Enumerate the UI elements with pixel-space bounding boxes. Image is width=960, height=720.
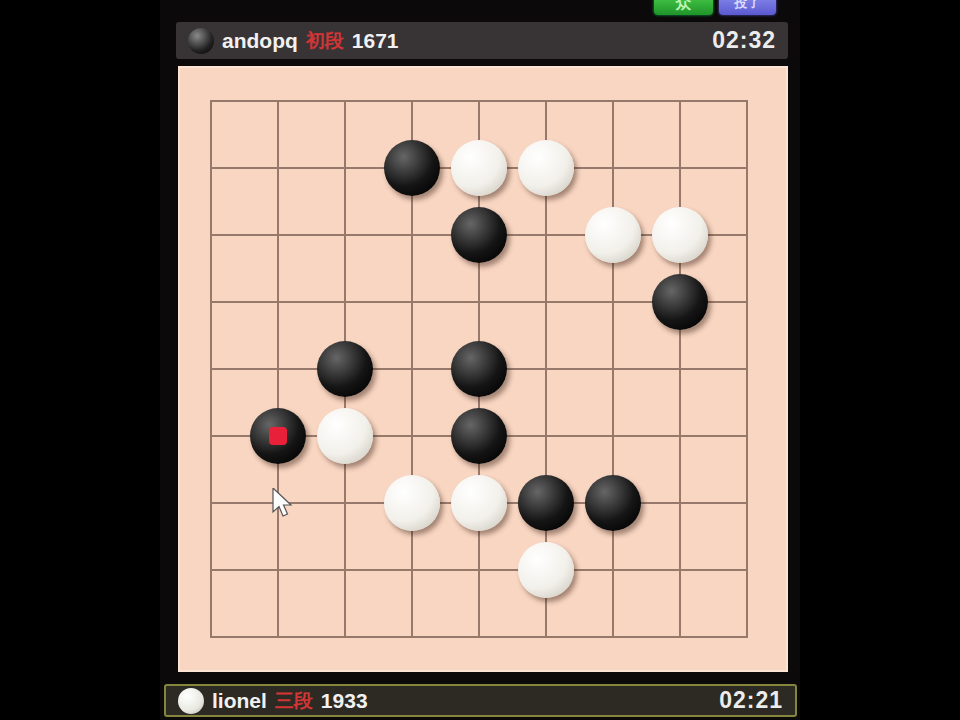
board-cell[interactable] <box>245 202 312 269</box>
grid-line-v <box>746 269 748 336</box>
grid-line-h <box>714 234 748 236</box>
grid-line-v <box>679 537 681 604</box>
board-cell[interactable] <box>178 269 245 336</box>
grid-line-v <box>210 100 212 135</box>
grid-line-v <box>746 403 748 470</box>
grid-line-v <box>210 135 212 202</box>
grid-line-v <box>746 604 748 638</box>
board-cell[interactable] <box>580 537 647 604</box>
grid-line-h <box>714 100 748 102</box>
grid-line-v <box>679 100 681 135</box>
board-cell[interactable] <box>379 135 446 202</box>
black-stone-avatar-icon <box>188 28 214 54</box>
board-cell[interactable] <box>580 269 647 336</box>
board-cell[interactable] <box>714 135 781 202</box>
grid-line-v <box>277 100 279 135</box>
grid-line-v <box>545 100 547 135</box>
board-cell[interactable] <box>312 202 379 269</box>
grid-line-h <box>210 167 245 169</box>
opponent-name: andopq <box>222 29 298 53</box>
grid-line-v <box>277 269 279 336</box>
board-cell[interactable] <box>178 68 245 135</box>
board-cell[interactable] <box>714 202 781 269</box>
board-cell[interactable] <box>513 604 580 671</box>
board-cell[interactable] <box>379 269 446 336</box>
grid-line-v <box>210 403 212 470</box>
opponent-rank: 初段 <box>306 28 344 54</box>
board-cell[interactable] <box>312 604 379 671</box>
board-cell[interactable] <box>647 537 714 604</box>
board-cell[interactable] <box>647 470 714 537</box>
grid-line-v <box>411 100 413 135</box>
white-stone <box>451 140 507 196</box>
grid-line-v <box>344 100 346 135</box>
grid-line-v <box>344 202 346 269</box>
board-cell[interactable] <box>379 537 446 604</box>
grid-line-v <box>612 336 614 403</box>
grid-line-h <box>714 301 748 303</box>
board-cell[interactable] <box>379 336 446 403</box>
grid-line-v <box>746 100 748 135</box>
board-cell[interactable] <box>178 135 245 202</box>
white-stone <box>317 408 373 464</box>
board-cell[interactable] <box>714 403 781 470</box>
board-cell[interactable] <box>245 470 312 537</box>
white-stone <box>384 475 440 531</box>
grid-line-h <box>714 636 748 638</box>
board-cell[interactable] <box>379 403 446 470</box>
grid-line-v <box>478 100 480 135</box>
opponent-rating: 1671 <box>352 29 399 53</box>
opponent-clock: 02:32 <box>712 27 776 54</box>
spectators-button[interactable]: 众 <box>654 0 713 15</box>
board-cell[interactable] <box>647 68 714 135</box>
go-board <box>178 66 788 672</box>
grid-line-v <box>411 336 413 403</box>
grid-line-v <box>545 604 547 638</box>
white-stone <box>652 207 708 263</box>
grid-line-v <box>411 202 413 269</box>
grid-line-v <box>411 269 413 336</box>
grid-line-h <box>714 435 748 437</box>
white-stone <box>585 207 641 263</box>
board-cell[interactable] <box>647 135 714 202</box>
board-cell[interactable] <box>513 537 580 604</box>
grid-line-v <box>344 604 346 638</box>
board-cell[interactable] <box>580 470 647 537</box>
board-cell[interactable] <box>446 269 513 336</box>
board-cell[interactable] <box>580 403 647 470</box>
board-cell[interactable] <box>245 269 312 336</box>
grid-line-v <box>411 604 413 638</box>
grid-line-v <box>612 604 614 638</box>
board-cell[interactable] <box>647 202 714 269</box>
black-stone <box>451 341 507 397</box>
board-cell[interactable] <box>312 336 379 403</box>
grid-line-v <box>545 269 547 336</box>
grid-line-v <box>746 537 748 604</box>
board-cell[interactable] <box>714 336 781 403</box>
board-cell[interactable] <box>446 68 513 135</box>
board-cell[interactable] <box>714 68 781 135</box>
grid-line-v <box>612 135 614 202</box>
board-cell[interactable] <box>513 269 580 336</box>
board-cell[interactable] <box>446 470 513 537</box>
black-stone <box>652 274 708 330</box>
grid-line-v <box>210 537 212 604</box>
grid-line-v <box>210 336 212 403</box>
grid-line-v <box>344 470 346 537</box>
grid-line-h <box>714 167 748 169</box>
board-cell[interactable] <box>513 202 580 269</box>
board-cell[interactable] <box>379 202 446 269</box>
board-cell[interactable] <box>245 135 312 202</box>
board-cell[interactable] <box>647 336 714 403</box>
board-cell[interactable] <box>178 470 245 537</box>
grid-line-v <box>277 604 279 638</box>
board-cell[interactable] <box>580 202 647 269</box>
grid-line-h <box>210 435 245 437</box>
grid-line-h <box>714 368 748 370</box>
board-cell[interactable] <box>379 68 446 135</box>
black-stone <box>451 207 507 263</box>
board-cell[interactable] <box>245 537 312 604</box>
grid-line-v <box>545 403 547 470</box>
last-move-marker <box>269 427 287 445</box>
player-clock: 02:21 <box>719 687 783 714</box>
board-cell[interactable] <box>446 336 513 403</box>
spectators-button-label: 众 <box>676 0 692 14</box>
grid-line-v <box>478 269 480 336</box>
board-cell[interactable] <box>446 604 513 671</box>
board-cell[interactable] <box>647 403 714 470</box>
board-cell[interactable] <box>580 336 647 403</box>
grid-line-h <box>210 301 245 303</box>
board-cell[interactable] <box>379 470 446 537</box>
grid-line-h <box>714 569 748 571</box>
board-cell[interactable] <box>647 269 714 336</box>
grid-line-v <box>344 269 346 336</box>
player-name: lionel <box>212 689 267 713</box>
board-cell[interactable] <box>245 403 312 470</box>
board-cell[interactable] <box>178 604 245 671</box>
board-cell[interactable] <box>312 470 379 537</box>
board-cell[interactable] <box>580 135 647 202</box>
board-cell[interactable] <box>513 68 580 135</box>
grid-line-v <box>746 470 748 537</box>
board-cell[interactable] <box>312 68 379 135</box>
grid-line-v <box>210 269 212 336</box>
board-cell[interactable] <box>580 604 647 671</box>
grid-line-v <box>679 135 681 202</box>
white-stone <box>518 542 574 598</box>
black-stone <box>250 408 306 464</box>
grid-line-v <box>478 604 480 638</box>
board-cell[interactable] <box>446 403 513 470</box>
resign-button-label: 投了 <box>735 0 761 12</box>
board-cell[interactable] <box>245 68 312 135</box>
grid-line-v <box>478 537 480 604</box>
board-cell[interactable] <box>245 604 312 671</box>
grid-line-v <box>679 470 681 537</box>
player-rank: 三段 <box>275 688 313 714</box>
grid-line-v <box>277 336 279 403</box>
grid-line-h <box>210 502 245 504</box>
grid-line-v <box>679 336 681 403</box>
board-cell[interactable] <box>178 403 245 470</box>
board-cell[interactable] <box>312 403 379 470</box>
board-cell[interactable] <box>446 135 513 202</box>
grid-line-v <box>746 135 748 202</box>
board-cell[interactable] <box>312 269 379 336</box>
grid-line-v <box>411 403 413 470</box>
grid-line-v <box>344 537 346 604</box>
grid-line-h <box>714 502 748 504</box>
board-cell[interactable] <box>312 135 379 202</box>
grid-line-v <box>612 269 614 336</box>
grid-line-v <box>679 403 681 470</box>
board-cell[interactable] <box>714 269 781 336</box>
board-cell[interactable] <box>580 68 647 135</box>
board-cell[interactable] <box>714 537 781 604</box>
black-stone <box>317 341 373 397</box>
board-cell[interactable] <box>379 604 446 671</box>
grid-line-v <box>612 537 614 604</box>
black-stone <box>518 475 574 531</box>
grid-line-v <box>679 604 681 638</box>
white-stone <box>451 475 507 531</box>
grid-line-v <box>612 403 614 470</box>
white-stone <box>518 140 574 196</box>
board-cell[interactable] <box>513 135 580 202</box>
board-cell[interactable] <box>714 604 781 671</box>
grid-line-h <box>210 368 245 370</box>
grid-line-v <box>277 135 279 202</box>
grid-line-v <box>411 537 413 604</box>
grid-line-v <box>545 336 547 403</box>
board-cell[interactable] <box>245 336 312 403</box>
grid-line-v <box>277 202 279 269</box>
board-cell[interactable] <box>714 470 781 537</box>
player-bar: lionel 三段 1933 02:21 <box>164 684 797 717</box>
grid-line-h <box>210 636 245 638</box>
board-cell[interactable] <box>446 202 513 269</box>
grid-line-v <box>210 604 212 638</box>
grid-line-v <box>746 202 748 269</box>
board-cell[interactable] <box>178 202 245 269</box>
board-cell[interactable] <box>513 470 580 537</box>
board-cell[interactable] <box>446 537 513 604</box>
grid-line-v <box>277 470 279 537</box>
black-stone <box>585 475 641 531</box>
grid-line-v <box>210 202 212 269</box>
white-stone-avatar-icon <box>178 688 204 714</box>
board-cell[interactable] <box>513 336 580 403</box>
grid-line-v <box>277 537 279 604</box>
player-rating: 1933 <box>321 689 368 713</box>
grid-line-v <box>344 135 346 202</box>
resign-button[interactable]: 投了 <box>719 0 776 15</box>
opponent-bar: andopq 初段 1671 02:32 <box>176 22 788 59</box>
grid-line-h <box>210 100 245 102</box>
goban-grid <box>178 68 781 671</box>
board-cell[interactable] <box>513 403 580 470</box>
grid-line-v <box>612 100 614 135</box>
grid-line-v <box>746 336 748 403</box>
grid-line-v <box>210 470 212 537</box>
grid-line-h <box>210 234 245 236</box>
grid-line-h <box>210 569 245 571</box>
board-cell[interactable] <box>178 537 245 604</box>
board-cell[interactable] <box>178 336 245 403</box>
black-stone <box>451 408 507 464</box>
black-stone <box>384 140 440 196</box>
board-cell[interactable] <box>312 537 379 604</box>
grid-line-v <box>545 202 547 269</box>
board-cell[interactable] <box>647 604 714 671</box>
